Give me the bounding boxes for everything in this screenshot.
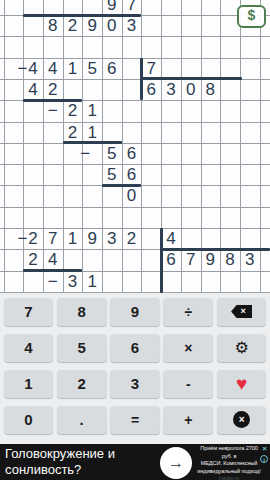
division-worksheet: 9782903−441567426308−2121−56560−27193242… [0,0,270,293]
division-line-horizontal [23,269,82,272]
ad-headline: Головокружение и сонливость? [5,446,115,478]
grid-hline [0,207,270,208]
key-settings[interactable]: ⚙ [217,334,267,362]
worksheet-digit: 4 [23,79,43,100]
key-multiply[interactable]: × [163,334,213,362]
worksheet-digit: 2 [122,228,142,249]
ad-body-line3: индивидуальный подход! [196,468,262,476]
key-7[interactable]: 7 [4,298,54,326]
worksheet-digit: 4 [23,58,43,79]
worksheet-digit: 9 [82,15,102,36]
gear-icon: ⚙ [234,340,248,356]
worksheet-digit: − [75,143,95,164]
key-3[interactable]: 3 [110,370,160,398]
worksheet-digit: 1 [62,228,82,249]
key-label: 8 [78,303,86,320]
key-plus[interactable]: + [163,406,213,434]
backspace-icon: × [231,305,252,318]
key-6[interactable]: 6 [110,334,160,362]
worksheet-digit: 9 [200,249,220,270]
worksheet-digit: 6 [122,164,142,185]
worksheet-digit: 0 [122,185,142,206]
worksheet-digit: 6 [102,58,122,79]
worksheet-digit: − [43,271,63,292]
division-line-vertical [140,58,143,101]
division-line-horizontal [141,77,242,80]
worksheet-digit: 1 [82,271,102,292]
worksheet-digit: 5 [102,143,122,164]
worksheet-digit: 3 [240,249,260,270]
key-label: 6 [131,339,139,356]
key-4[interactable]: 4 [4,334,54,362]
worksheet-digit: 1 [82,100,102,121]
worksheet-digit: 3 [62,271,82,292]
division-line-horizontal [63,141,122,144]
keypad: 789÷×456×⚙123-♥0.=+× [0,293,270,444]
key-label: 0 [24,411,32,428]
worksheet-digit: 6 [161,249,181,270]
key-divide[interactable]: ÷ [163,298,213,326]
key-5[interactable]: 5 [57,334,107,362]
key-label: × [184,340,192,356]
worksheet-digit: 4 [161,228,181,249]
worksheet-digit: 3 [122,15,142,36]
division-line-horizontal [161,248,270,251]
worksheet-digit: 2 [62,122,82,143]
key-label: = [131,412,139,428]
grid-hline [0,122,270,123]
worksheet-digit: 9 [102,0,122,15]
worksheet-digit: 7 [141,58,161,79]
worksheet-digit: 0 [102,15,122,36]
key-label: 3 [131,375,139,392]
ad-close-icon[interactable]: × [260,444,269,453]
worksheet-digit: 0 [181,79,201,100]
key-1[interactable]: 1 [4,370,54,398]
worksheet-digit: 4 [43,58,63,79]
key-9[interactable]: 9 [110,298,160,326]
worksheet-digit: 6 [122,143,142,164]
worksheet-digit: 3 [161,79,181,100]
grid-hline [0,36,270,37]
worksheet-digit: 8 [220,249,240,270]
worksheet-digit: 2 [23,249,43,270]
ad-headline-line2: сонливость? [5,462,115,478]
worksheet-digit: 6 [141,79,161,100]
worksheet-digit: 2 [23,228,43,249]
worksheet-digit: 4 [43,249,63,270]
key-label: - [186,376,191,392]
division-line-vertical [160,228,163,293]
heart-icon: ♥ [236,374,247,393]
worksheet-digit: 9 [82,228,102,249]
worksheet-digit: 8 [200,79,220,100]
key-equals[interactable]: = [110,406,160,434]
ad-domain: medsi.ru [196,475,262,480]
worksheet-digit: 8 [43,15,63,36]
key-label: + [184,412,192,428]
dollar-icon[interactable]: $ [237,5,266,28]
key-label: . [80,411,84,428]
ad-body-text: Приём невролога 2700 руб. в МЕДСИ. Компл… [196,445,262,480]
key-label: 5 [78,339,86,356]
ad-body-line1: Приём невролога 2700 руб. в [196,445,262,460]
ad-info-icon[interactable]: i [260,455,268,463]
division-line-horizontal [23,99,82,102]
key-label: 9 [131,303,139,320]
key-2[interactable]: 2 [57,370,107,398]
worksheet-digit: 1 [82,122,102,143]
worksheet-digit: − [43,100,63,121]
key-8[interactable]: 8 [57,298,107,326]
worksheet-digit: 2 [62,100,82,121]
ad-arrow-button[interactable]: → [160,447,192,479]
key-0[interactable]: 0 [4,406,54,434]
worksheet-digit: 1 [62,58,82,79]
worksheet-digit: 7 [43,228,63,249]
key-label: 4 [24,339,32,356]
key-backspace[interactable]: × [217,298,267,326]
worksheet-digit: 7 [181,249,201,270]
key-minus[interactable]: - [163,370,213,398]
worksheet-digit: 5 [82,58,102,79]
division-line-horizontal [23,14,141,17]
ad-headline-line1: Головокружение и [5,446,115,462]
worksheet-digit: 3 [102,228,122,249]
worksheet-digit: 7 [122,0,142,15]
worksheet-digit: 2 [43,79,63,100]
key-favorite[interactable]: ♥ [217,370,267,398]
division-line-horizontal [102,184,141,187]
worksheet-digit: 2 [62,15,82,36]
key-close[interactable]: × [217,406,267,434]
ad-body-line2: МЕДСИ. Комплексный [196,460,262,468]
key-label: 7 [24,303,32,320]
ad-banner[interactable]: Головокружение и сонливость? → Приём нев… [0,444,270,480]
key-label: ÷ [184,304,192,320]
key-label: 2 [78,375,86,392]
close-icon: × [233,411,250,428]
key-label: 1 [24,375,32,392]
worksheet-digit: 5 [102,164,122,185]
key-decimal[interactable]: . [57,406,107,434]
ad-controls: × i [260,444,269,463]
